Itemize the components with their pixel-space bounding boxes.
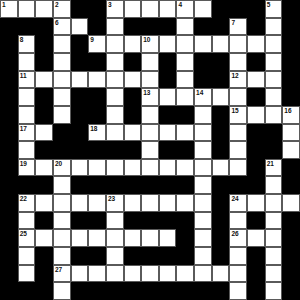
black-cell-r3c12 xyxy=(212,53,230,71)
white-cell-r9c12[interactable] xyxy=(212,159,230,177)
white-cell-r15c1[interactable] xyxy=(18,265,36,283)
black-cell-r1c5 xyxy=(88,18,106,36)
white-cell-r1c4[interactable] xyxy=(71,18,89,36)
white-cell-r6c14[interactable] xyxy=(247,106,265,124)
white-cell-r4c8[interactable] xyxy=(141,71,159,89)
black-cell-r8c12 xyxy=(212,141,230,159)
white-cell-r14c3[interactable] xyxy=(53,247,71,265)
crossword-board: 1234567891011121314151617181920212223242… xyxy=(0,0,300,300)
white-cell-r7c8[interactable] xyxy=(141,124,159,142)
black-cell-r16c16 xyxy=(282,282,300,300)
black-cell-r4c12 xyxy=(212,71,230,89)
white-cell-r11c5[interactable] xyxy=(88,194,106,212)
black-cell-r7c4 xyxy=(71,124,89,142)
clue-number-13: 13 xyxy=(143,89,150,96)
white-cell-r11c9[interactable] xyxy=(159,194,177,212)
clue-number-7: 7 xyxy=(231,19,235,26)
white-cell-r13c2[interactable] xyxy=(35,229,53,247)
white-cell-r0c6[interactable]: 3 xyxy=(106,0,124,18)
black-cell-r3c14 xyxy=(247,53,265,71)
white-cell-r4c2[interactable] xyxy=(35,71,53,89)
black-cell-r16c9 xyxy=(159,282,177,300)
white-cell-r5c11[interactable]: 14 xyxy=(194,88,212,106)
white-cell-r12c13[interactable] xyxy=(229,212,247,230)
black-cell-r6c10 xyxy=(176,106,194,124)
white-cell-r9c15[interactable]: 21 xyxy=(265,159,283,177)
white-cell-r10c15[interactable] xyxy=(265,176,283,194)
white-cell-r4c7[interactable] xyxy=(124,71,142,89)
white-cell-r7c13[interactable] xyxy=(229,124,247,142)
white-cell-r15c6[interactable] xyxy=(106,265,124,283)
clue-number-21: 21 xyxy=(267,160,274,167)
clue-number-17: 17 xyxy=(20,125,27,132)
white-cell-r14c1[interactable] xyxy=(18,247,36,265)
white-cell-r2c12[interactable] xyxy=(212,35,230,53)
black-cell-r8c4 xyxy=(71,141,89,159)
clue-number-2: 2 xyxy=(55,1,59,8)
white-cell-r5c10[interactable] xyxy=(176,88,194,106)
clue-number-8: 8 xyxy=(20,36,24,43)
white-cell-r14c11[interactable] xyxy=(194,247,212,265)
black-cell-r1c16 xyxy=(282,18,300,36)
clue-number-19: 19 xyxy=(20,160,27,167)
white-cell-r15c13[interactable] xyxy=(229,265,247,283)
white-cell-r4c5[interactable] xyxy=(88,71,106,89)
white-cell-r1c3[interactable]: 6 xyxy=(53,18,71,36)
white-cell-r5c6[interactable] xyxy=(106,88,124,106)
white-cell-r13c14[interactable] xyxy=(247,229,265,247)
black-cell-r14c14 xyxy=(247,247,265,265)
black-cell-r4c16 xyxy=(282,71,300,89)
white-cell-r12c15[interactable] xyxy=(265,212,283,230)
white-cell-r0c2[interactable] xyxy=(35,0,53,18)
white-cell-r13c5[interactable] xyxy=(88,229,106,247)
black-cell-r12c2 xyxy=(35,212,53,230)
black-cell-r6c2 xyxy=(35,106,53,124)
white-cell-r0c3[interactable]: 2 xyxy=(53,0,71,18)
black-cell-r14c4 xyxy=(71,247,89,265)
clue-number-5: 5 xyxy=(267,1,271,8)
white-cell-r2c11[interactable] xyxy=(194,35,212,53)
white-cell-r11c2[interactable] xyxy=(35,194,53,212)
black-cell-r10c5 xyxy=(88,176,106,194)
black-cell-r12c16 xyxy=(282,212,300,230)
white-cell-r9c4[interactable] xyxy=(71,159,89,177)
black-cell-r16c6 xyxy=(106,282,124,300)
white-cell-r12c6[interactable] xyxy=(106,212,124,230)
black-cell-r3c7 xyxy=(124,53,142,71)
clue-number-18: 18 xyxy=(90,125,97,132)
white-cell-r11c4[interactable] xyxy=(71,194,89,212)
black-cell-r13c10 xyxy=(176,229,194,247)
black-cell-r16c1 xyxy=(18,282,36,300)
white-cell-r13c7[interactable] xyxy=(124,229,142,247)
black-cell-r10c16 xyxy=(282,176,300,194)
black-cell-r5c2 xyxy=(35,88,53,106)
black-cell-r5c5 xyxy=(88,88,106,106)
crossword-puzzle: 1234567891011121314151617181920212223242… xyxy=(0,0,300,300)
black-cell-r14c16 xyxy=(282,247,300,265)
white-cell-r4c13[interactable]: 12 xyxy=(229,71,247,89)
black-cell-r15c2 xyxy=(35,265,53,283)
white-cell-r4c15[interactable] xyxy=(265,71,283,89)
white-cell-r0c0[interactable]: 1 xyxy=(0,0,18,18)
white-cell-r12c3[interactable] xyxy=(53,212,71,230)
white-cell-r6c1[interactable] xyxy=(18,106,36,124)
black-cell-r9c16 xyxy=(282,159,300,177)
white-cell-r15c8[interactable] xyxy=(141,265,159,283)
white-cell-r9c6[interactable] xyxy=(106,159,124,177)
black-cell-r3c16 xyxy=(282,53,300,71)
white-cell-r7c16[interactable] xyxy=(282,124,300,142)
black-cell-r16c11 xyxy=(194,282,212,300)
black-cell-r1c11 xyxy=(194,18,212,36)
black-cell-r4c11 xyxy=(194,71,212,89)
white-cell-r2c5[interactable]: 9 xyxy=(88,35,106,53)
white-cell-r13c11[interactable] xyxy=(194,229,212,247)
black-cell-r10c10 xyxy=(176,176,194,194)
white-cell-r2c10[interactable] xyxy=(176,35,194,53)
black-cell-r14c9 xyxy=(159,247,177,265)
white-cell-r3c10[interactable] xyxy=(176,53,194,71)
white-cell-r10c3[interactable] xyxy=(53,176,71,194)
white-cell-r1c13[interactable]: 7 xyxy=(229,18,247,36)
white-cell-r2c1[interactable]: 8 xyxy=(18,35,36,53)
black-cell-r8c0 xyxy=(0,141,18,159)
clue-number-16: 16 xyxy=(284,107,291,114)
black-cell-r3c11 xyxy=(194,53,212,71)
white-cell-r5c3[interactable] xyxy=(53,88,71,106)
white-cell-r3c3[interactable] xyxy=(53,53,71,71)
black-cell-r1c7 xyxy=(124,18,142,36)
white-cell-r11c6[interactable]: 23 xyxy=(106,194,124,212)
black-cell-r10c1 xyxy=(18,176,36,194)
black-cell-r0c5 xyxy=(88,0,106,18)
black-cell-r8c10 xyxy=(176,141,194,159)
black-cell-r7c3 xyxy=(53,124,71,142)
clue-number-4: 4 xyxy=(178,1,182,8)
black-cell-r14c7 xyxy=(124,247,142,265)
white-cell-r9c9[interactable] xyxy=(159,159,177,177)
white-cell-r8c8[interactable] xyxy=(141,141,159,159)
white-cell-r15c10[interactable] xyxy=(176,265,194,283)
white-cell-r6c13[interactable]: 15 xyxy=(229,106,247,124)
white-cell-r8c16[interactable] xyxy=(282,141,300,159)
black-cell-r15c14 xyxy=(247,265,265,283)
black-cell-r3c4 xyxy=(71,53,89,71)
white-cell-r3c8[interactable] xyxy=(141,53,159,71)
white-cell-r15c4[interactable] xyxy=(71,265,89,283)
clue-number-23: 23 xyxy=(108,195,115,202)
white-cell-r3c13[interactable] xyxy=(229,53,247,71)
white-cell-r13c3[interactable] xyxy=(53,229,71,247)
black-cell-r7c15 xyxy=(265,124,283,142)
black-cell-r14c0 xyxy=(0,247,18,265)
white-cell-r11c3[interactable] xyxy=(53,194,71,212)
white-cell-r11c15[interactable] xyxy=(265,194,283,212)
white-cell-r2c3[interactable] xyxy=(53,35,71,53)
black-cell-r8c15 xyxy=(265,141,283,159)
white-cell-r0c8[interactable] xyxy=(141,0,159,18)
white-cell-r1c6[interactable] xyxy=(106,18,124,36)
white-cell-r2c14[interactable] xyxy=(247,35,265,53)
black-cell-r16c0 xyxy=(0,282,18,300)
white-cell-r4c6[interactable] xyxy=(106,71,124,89)
clue-number-24: 24 xyxy=(231,195,238,202)
clue-number-1: 1 xyxy=(2,1,6,8)
clue-number-22: 22 xyxy=(20,195,27,202)
black-cell-r10c2 xyxy=(35,176,53,194)
white-cell-r9c13[interactable] xyxy=(229,159,247,177)
white-cell-r13c9[interactable] xyxy=(159,229,177,247)
white-cell-r9c7[interactable] xyxy=(124,159,142,177)
black-cell-r1c8 xyxy=(141,18,159,36)
black-cell-r16c10 xyxy=(176,282,194,300)
black-cell-r2c4 xyxy=(71,35,89,53)
black-cell-r14c5 xyxy=(88,247,106,265)
black-cell-r8c9 xyxy=(159,141,177,159)
white-cell-r5c8[interactable]: 13 xyxy=(141,88,159,106)
black-cell-r6c0 xyxy=(0,106,18,124)
white-cell-r9c11[interactable] xyxy=(194,159,212,177)
black-cell-r9c0 xyxy=(0,159,18,177)
white-cell-r15c11[interactable] xyxy=(194,265,212,283)
white-cell-r15c12[interactable] xyxy=(212,265,230,283)
white-cell-r0c1[interactable] xyxy=(18,0,36,18)
white-cell-r15c7[interactable] xyxy=(124,265,142,283)
white-cell-r0c9[interactable] xyxy=(159,0,177,18)
white-cell-r0c7[interactable] xyxy=(124,0,142,18)
black-cell-r12c4 xyxy=(71,212,89,230)
black-cell-r12c9 xyxy=(159,212,177,230)
white-cell-r11c11[interactable] xyxy=(194,194,212,212)
black-cell-r8c5 xyxy=(88,141,106,159)
black-cell-r0c12 xyxy=(212,0,230,18)
white-cell-r13c15[interactable] xyxy=(265,229,283,247)
white-cell-r2c8[interactable]: 10 xyxy=(141,35,159,53)
black-cell-r1c1 xyxy=(18,18,36,36)
white-cell-r9c3[interactable]: 20 xyxy=(53,159,71,177)
white-cell-r4c3[interactable] xyxy=(53,71,71,89)
white-cell-r14c6[interactable] xyxy=(106,247,124,265)
white-cell-r13c6[interactable] xyxy=(106,229,124,247)
black-cell-r5c14 xyxy=(247,88,265,106)
white-cell-r6c8[interactable] xyxy=(141,106,159,124)
black-cell-r6c12 xyxy=(212,106,230,124)
white-cell-r2c6[interactable] xyxy=(106,35,124,53)
black-cell-r7c0 xyxy=(0,124,18,142)
black-cell-r10c8 xyxy=(141,176,159,194)
black-cell-r5c7 xyxy=(124,88,142,106)
white-cell-r6c11[interactable] xyxy=(194,106,212,124)
clue-number-9: 9 xyxy=(90,36,94,43)
white-cell-r15c5[interactable] xyxy=(88,265,106,283)
black-cell-r3c2 xyxy=(35,53,53,71)
white-cell-r9c10[interactable] xyxy=(176,159,194,177)
black-cell-r10c12 xyxy=(212,176,230,194)
black-cell-r0c14 xyxy=(247,0,265,18)
white-cell-r7c5[interactable]: 18 xyxy=(88,124,106,142)
white-cell-r7c11[interactable] xyxy=(194,124,212,142)
white-cell-r3c1[interactable] xyxy=(18,53,36,71)
white-cell-r0c15[interactable]: 5 xyxy=(265,0,283,18)
black-cell-r8c2 xyxy=(35,141,53,159)
white-cell-r6c15[interactable] xyxy=(265,106,283,124)
white-cell-r4c4[interactable] xyxy=(71,71,89,89)
black-cell-r14c12 xyxy=(212,247,230,265)
clue-number-11: 11 xyxy=(20,72,27,79)
white-cell-r9c8[interactable] xyxy=(141,159,159,177)
black-cell-r8c3 xyxy=(53,141,71,159)
black-cell-r10c13 xyxy=(229,176,247,194)
black-cell-r11c0 xyxy=(0,194,18,212)
white-cell-r14c13[interactable] xyxy=(229,247,247,265)
white-cell-r2c13[interactable] xyxy=(229,35,247,53)
white-cell-r10c11[interactable] xyxy=(194,176,212,194)
white-cell-r15c9[interactable] xyxy=(159,265,177,283)
black-cell-r12c5 xyxy=(88,212,106,230)
black-cell-r0c13 xyxy=(229,0,247,18)
black-cell-r12c14 xyxy=(247,212,265,230)
black-cell-r4c9 xyxy=(159,71,177,89)
white-cell-r9c5[interactable] xyxy=(88,159,106,177)
clue-number-26: 26 xyxy=(231,230,238,237)
black-cell-r16c4 xyxy=(71,282,89,300)
black-cell-r12c0 xyxy=(0,212,18,230)
white-cell-r9c1[interactable]: 19 xyxy=(18,159,36,177)
black-cell-r7c14 xyxy=(247,124,265,142)
white-cell-r8c11[interactable] xyxy=(194,141,212,159)
white-cell-r1c10[interactable] xyxy=(176,18,194,36)
black-cell-r1c12 xyxy=(212,18,230,36)
black-cell-r2c2 xyxy=(35,35,53,53)
black-cell-r1c9 xyxy=(159,18,177,36)
white-cell-r11c1[interactable]: 22 xyxy=(18,194,36,212)
white-cell-r16c3[interactable] xyxy=(53,282,71,300)
white-cell-r4c10[interactable] xyxy=(176,71,194,89)
black-cell-r2c16 xyxy=(282,35,300,53)
white-cell-r6c6[interactable] xyxy=(106,106,124,124)
white-cell-r11c14[interactable] xyxy=(247,194,265,212)
white-cell-r2c9[interactable] xyxy=(159,35,177,53)
white-cell-r13c4[interactable] xyxy=(71,229,89,247)
clue-number-25: 25 xyxy=(20,230,27,237)
black-cell-r9c14 xyxy=(247,159,265,177)
white-cell-r2c7[interactable] xyxy=(124,35,142,53)
black-cell-r13c0 xyxy=(0,229,18,247)
white-cell-r8c1[interactable] xyxy=(18,141,36,159)
clue-number-14: 14 xyxy=(196,89,203,96)
white-cell-r6c3[interactable] xyxy=(53,106,71,124)
white-cell-r7c2[interactable] xyxy=(35,124,53,142)
white-cell-r6c16[interactable]: 16 xyxy=(282,106,300,124)
white-cell-r5c1[interactable] xyxy=(18,88,36,106)
white-cell-r11c8[interactable] xyxy=(141,194,159,212)
white-cell-r13c13[interactable]: 26 xyxy=(229,229,247,247)
white-cell-r8c13[interactable] xyxy=(229,141,247,159)
white-cell-r0c10[interactable]: 4 xyxy=(176,0,194,18)
white-cell-r9c2[interactable] xyxy=(35,159,53,177)
clue-number-27: 27 xyxy=(55,266,62,273)
black-cell-r0c16 xyxy=(282,0,300,18)
black-cell-r3c9 xyxy=(159,53,177,71)
white-cell-r3c6[interactable] xyxy=(106,53,124,71)
black-cell-r10c4 xyxy=(71,176,89,194)
white-cell-r12c11[interactable] xyxy=(194,212,212,230)
black-cell-r15c0 xyxy=(0,265,18,283)
black-cell-r12c12 xyxy=(212,212,230,230)
white-cell-r11c10[interactable] xyxy=(176,194,194,212)
black-cell-r8c6 xyxy=(106,141,124,159)
white-cell-r2c15[interactable] xyxy=(265,35,283,53)
black-cell-r16c5 xyxy=(88,282,106,300)
white-cell-r7c7[interactable] xyxy=(124,124,142,142)
white-cell-r13c1[interactable]: 25 xyxy=(18,229,36,247)
clue-number-6: 6 xyxy=(55,19,59,26)
black-cell-r16c14 xyxy=(247,282,265,300)
white-cell-r16c13[interactable] xyxy=(229,282,247,300)
white-cell-r0c11[interactable] xyxy=(194,0,212,18)
black-cell-r5c4 xyxy=(71,88,89,106)
black-cell-r16c7 xyxy=(124,282,142,300)
white-cell-r7c1[interactable]: 17 xyxy=(18,124,36,142)
black-cell-r3c5 xyxy=(88,53,106,71)
white-cell-r15c15[interactable] xyxy=(265,265,283,283)
white-cell-r5c15[interactable] xyxy=(265,88,283,106)
black-cell-r6c9 xyxy=(159,106,177,124)
black-cell-r7c12 xyxy=(212,124,230,142)
white-cell-r5c13[interactable] xyxy=(229,88,247,106)
black-cell-r10c6 xyxy=(106,176,124,194)
clue-number-15: 15 xyxy=(231,107,238,114)
white-cell-r5c9[interactable] xyxy=(159,88,177,106)
white-cell-r16c15[interactable] xyxy=(265,282,283,300)
white-cell-r13c8[interactable] xyxy=(141,229,159,247)
white-cell-r11c13[interactable]: 24 xyxy=(229,194,247,212)
white-cell-r5c12[interactable] xyxy=(212,88,230,106)
black-cell-r3c0 xyxy=(0,53,18,71)
black-cell-r10c9 xyxy=(159,176,177,194)
black-cell-r11c12 xyxy=(212,194,230,212)
black-cell-r13c12 xyxy=(212,229,230,247)
white-cell-r3c15[interactable] xyxy=(265,53,283,71)
white-cell-r1c15[interactable] xyxy=(265,18,283,36)
black-cell-r1c0 xyxy=(0,18,18,36)
white-cell-r11c16[interactable] xyxy=(282,194,300,212)
black-cell-r0c4 xyxy=(71,0,89,18)
white-cell-r12c1[interactable] xyxy=(18,212,36,230)
black-cell-r16c12 xyxy=(212,282,230,300)
white-cell-r11c7[interactable] xyxy=(124,194,142,212)
white-cell-r4c1[interactable]: 11 xyxy=(18,71,36,89)
black-cell-r1c14 xyxy=(247,18,265,36)
white-cell-r14c15[interactable] xyxy=(265,247,283,265)
black-cell-r10c14 xyxy=(247,176,265,194)
black-cell-r10c0 xyxy=(0,176,18,194)
black-cell-r14c2 xyxy=(35,247,53,265)
white-cell-r4c14[interactable] xyxy=(247,71,265,89)
white-cell-r7c6[interactable] xyxy=(106,124,124,142)
white-cell-r7c10[interactable] xyxy=(176,124,194,142)
black-cell-r12c7 xyxy=(124,212,142,230)
white-cell-r7c9[interactable] xyxy=(159,124,177,142)
black-cell-r6c4 xyxy=(71,106,89,124)
black-cell-r4c0 xyxy=(0,71,18,89)
black-cell-r14c10 xyxy=(176,247,194,265)
black-cell-r10c7 xyxy=(124,176,142,194)
black-cell-r8c7 xyxy=(124,141,142,159)
white-cell-r15c3[interactable]: 27 xyxy=(53,265,71,283)
